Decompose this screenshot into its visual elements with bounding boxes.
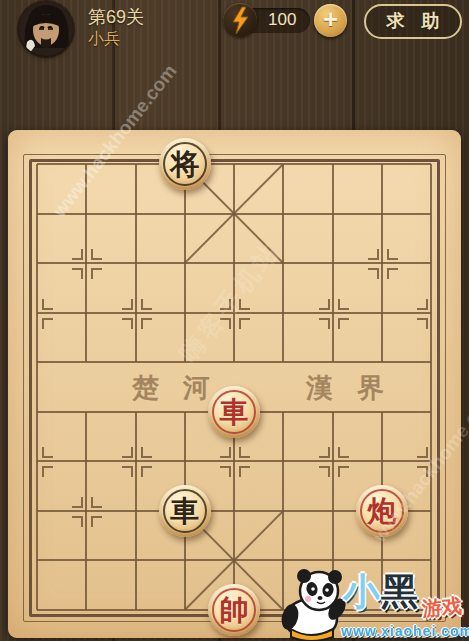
grid-line bbox=[184, 164, 186, 362]
point-marker bbox=[122, 318, 133, 329]
help-button[interactable]: 求 助 bbox=[364, 4, 462, 39]
energy-value: 100 bbox=[268, 10, 296, 30]
point-marker bbox=[319, 299, 330, 310]
grid-line bbox=[233, 412, 235, 610]
point-marker bbox=[417, 447, 428, 458]
piece-glyph: 車 bbox=[159, 485, 211, 537]
piece-glyph: 帥 bbox=[208, 584, 260, 636]
point-marker bbox=[338, 466, 349, 477]
point-marker bbox=[72, 268, 83, 279]
point-marker bbox=[338, 299, 349, 310]
grid-line bbox=[332, 164, 334, 362]
piece-red-chariot[interactable]: 車 bbox=[208, 386, 260, 438]
piece-glyph: 車 bbox=[208, 386, 260, 438]
point-marker bbox=[239, 447, 250, 458]
point-marker bbox=[319, 318, 330, 329]
grid-line bbox=[36, 164, 38, 610]
point-marker bbox=[338, 447, 349, 458]
point-marker bbox=[42, 447, 53, 458]
piece-red-general[interactable]: 帥 bbox=[208, 584, 260, 636]
point-marker bbox=[319, 466, 330, 477]
point-marker bbox=[91, 249, 102, 260]
point-marker bbox=[72, 249, 83, 260]
point-marker bbox=[319, 447, 330, 458]
point-marker bbox=[417, 299, 428, 310]
logo-char-hei: 黑 bbox=[381, 571, 419, 612]
piece-glyph: 炮 bbox=[356, 485, 408, 537]
add-energy-button[interactable]: + bbox=[314, 4, 347, 37]
point-marker bbox=[368, 249, 379, 260]
point-marker bbox=[220, 447, 231, 458]
point-marker bbox=[72, 497, 83, 508]
point-marker bbox=[122, 447, 133, 458]
point-marker bbox=[42, 299, 53, 310]
point-marker bbox=[91, 516, 102, 527]
point-marker bbox=[72, 516, 83, 527]
player-avatar[interactable] bbox=[19, 2, 73, 56]
point-marker bbox=[141, 447, 152, 458]
point-marker bbox=[368, 268, 379, 279]
grid-line bbox=[135, 164, 137, 362]
point-marker bbox=[338, 318, 349, 329]
xiaohei-logo: 小黑 游戏 www.xiaohei.com bbox=[281, 565, 469, 641]
grid-line bbox=[85, 412, 87, 610]
xiangqi-board-panel: 将車車炮帥 楚河 漢界 bbox=[8, 130, 461, 638]
point-marker bbox=[417, 466, 428, 477]
grid-line bbox=[430, 164, 432, 610]
river-label-han: 漢界 bbox=[270, 370, 420, 406]
grid-line bbox=[381, 164, 383, 362]
point-marker bbox=[220, 466, 231, 477]
point-marker bbox=[220, 318, 231, 329]
level-label: 第69关 bbox=[88, 5, 144, 29]
point-marker bbox=[141, 299, 152, 310]
point-marker bbox=[91, 497, 102, 508]
rank-label: 小兵 bbox=[88, 29, 120, 50]
point-marker bbox=[91, 268, 102, 279]
point-marker bbox=[220, 299, 231, 310]
grid-line bbox=[85, 164, 87, 362]
point-marker bbox=[239, 299, 250, 310]
point-marker bbox=[141, 466, 152, 477]
piece-black-chariot[interactable]: 車 bbox=[159, 485, 211, 537]
point-marker bbox=[239, 318, 250, 329]
logo-url: www.xiaohei.com bbox=[341, 623, 469, 639]
piece-red-cannon[interactable]: 炮 bbox=[356, 485, 408, 537]
logo-name: 小黑 bbox=[343, 567, 419, 617]
piece-glyph: 将 bbox=[159, 138, 211, 190]
grid-line bbox=[233, 164, 235, 362]
warrior-portrait bbox=[19, 2, 73, 56]
point-marker bbox=[239, 466, 250, 477]
logo-char-xiao: 小 bbox=[343, 571, 381, 612]
grid-line bbox=[135, 412, 137, 610]
point-marker bbox=[122, 466, 133, 477]
point-marker bbox=[42, 466, 53, 477]
point-marker bbox=[122, 299, 133, 310]
point-marker bbox=[141, 318, 152, 329]
top-bar: 第69关 小兵 100 + 求 助 bbox=[0, 0, 469, 60]
point-marker bbox=[417, 318, 428, 329]
point-marker bbox=[387, 268, 398, 279]
point-marker bbox=[387, 249, 398, 260]
energy-bolt-icon bbox=[223, 3, 257, 37]
grid-line bbox=[282, 164, 284, 362]
panda-mascot-icon bbox=[281, 567, 347, 641]
logo-suffix-games: 游戏 bbox=[421, 592, 463, 622]
point-marker bbox=[42, 318, 53, 329]
piece-black-general[interactable]: 将 bbox=[159, 138, 211, 190]
